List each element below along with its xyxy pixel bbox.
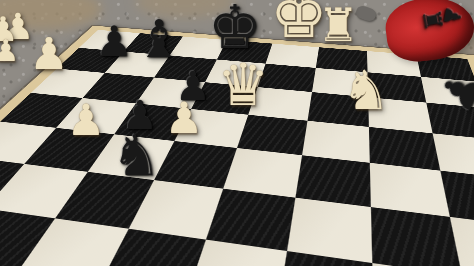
piece-white-pawn-c5[interactable]: ♟: [165, 97, 204, 140]
piece-white-pawn-a6[interactable]: ♟: [67, 99, 106, 142]
piece-black-king-d8[interactable]: ♚: [208, 0, 262, 57]
piece-white-queen-d6[interactable]: ♛: [217, 56, 269, 114]
piece-black-pawn-a7[interactable]: ♟: [95, 21, 133, 63]
piece-white-rook-g8[interactable]: ♜: [317, 2, 358, 48]
captured-white-pawn-2[interactable]: ♟: [29, 32, 68, 76]
pieces-layer: ♚♚♜♟♝♟♟♟♛♞♞♟♟♟♟♟♟♜♟: [0, 0, 474, 266]
cloth-black-piece-2[interactable]: ♟: [439, 4, 464, 27]
piece-white-knight-g6[interactable]: ♞: [342, 64, 390, 118]
captured-white-pawn-4[interactable]: ♟: [0, 36, 19, 66]
fallen-black-piece[interactable]: ♟: [431, 63, 474, 120]
piece-black-knight-b5[interactable]: ♞: [111, 128, 161, 184]
piece-black-bishop-b7[interactable]: ♝: [136, 13, 183, 65]
photo-scene: ♚♚♜♟♝♟♟♟♛♞♞♟♟♟♟♟♟♜♟: [0, 0, 474, 266]
